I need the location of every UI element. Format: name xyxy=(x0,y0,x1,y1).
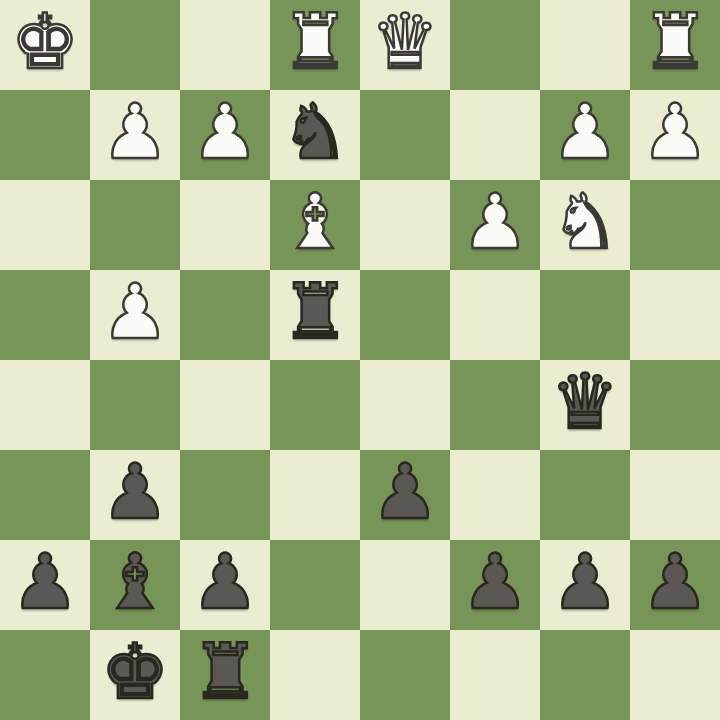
square-e5[interactable] xyxy=(270,360,360,450)
square-e2[interactable]: ♞ xyxy=(270,90,360,180)
square-f5[interactable] xyxy=(180,360,270,450)
black-pawn[interactable]: ♟ xyxy=(191,537,259,627)
square-e1[interactable]: ♜ xyxy=(270,0,360,90)
white-pawn[interactable]: ♟ xyxy=(101,267,169,357)
square-g1[interactable] xyxy=(90,0,180,90)
square-d2[interactable] xyxy=(360,90,450,180)
square-d6[interactable]: ♟ xyxy=(360,450,450,540)
black-pawn[interactable]: ♟ xyxy=(551,537,619,627)
white-king[interactable]: ♚ xyxy=(11,0,79,87)
black-bishop[interactable]: ♝ xyxy=(101,537,169,627)
square-g5[interactable] xyxy=(90,360,180,450)
white-pawn[interactable]: ♟ xyxy=(641,87,709,177)
square-h4[interactable] xyxy=(0,270,90,360)
square-h6[interactable] xyxy=(0,450,90,540)
square-g4[interactable]: ♟ xyxy=(90,270,180,360)
square-b4[interactable] xyxy=(540,270,630,360)
square-e6[interactable] xyxy=(270,450,360,540)
square-b6[interactable] xyxy=(540,450,630,540)
black-pawn[interactable]: ♟ xyxy=(101,447,169,537)
black-pawn[interactable]: ♟ xyxy=(11,537,79,627)
square-g6[interactable]: ♟ xyxy=(90,450,180,540)
square-f3[interactable] xyxy=(180,180,270,270)
square-a3[interactable] xyxy=(630,180,720,270)
black-rook[interactable]: ♜ xyxy=(281,267,349,357)
square-c7[interactable]: ♟ xyxy=(450,540,540,630)
black-pawn[interactable]: ♟ xyxy=(371,447,439,537)
square-h8[interactable] xyxy=(0,630,90,720)
square-f8[interactable]: ♜ xyxy=(180,630,270,720)
square-e4[interactable]: ♜ xyxy=(270,270,360,360)
square-h1[interactable]: ♚ xyxy=(0,0,90,90)
square-d4[interactable] xyxy=(360,270,450,360)
square-h2[interactable] xyxy=(0,90,90,180)
square-a8[interactable] xyxy=(630,630,720,720)
square-h3[interactable] xyxy=(0,180,90,270)
square-h7[interactable]: ♟ xyxy=(0,540,90,630)
square-e7[interactable] xyxy=(270,540,360,630)
square-a5[interactable] xyxy=(630,360,720,450)
square-d8[interactable] xyxy=(360,630,450,720)
square-f2[interactable]: ♟ xyxy=(180,90,270,180)
square-a6[interactable] xyxy=(630,450,720,540)
black-pawn[interactable]: ♟ xyxy=(641,537,709,627)
square-f6[interactable] xyxy=(180,450,270,540)
square-c5[interactable] xyxy=(450,360,540,450)
square-a4[interactable] xyxy=(630,270,720,360)
square-c3[interactable]: ♟ xyxy=(450,180,540,270)
square-a7[interactable]: ♟ xyxy=(630,540,720,630)
black-rook[interactable]: ♜ xyxy=(191,627,259,717)
black-knight[interactable]: ♞ xyxy=(281,87,349,177)
square-c8[interactable] xyxy=(450,630,540,720)
white-queen[interactable]: ♛ xyxy=(371,0,439,87)
square-g8[interactable]: ♚ xyxy=(90,630,180,720)
square-f1[interactable] xyxy=(180,0,270,90)
square-e3[interactable]: ♝ xyxy=(270,180,360,270)
white-knight[interactable]: ♞ xyxy=(551,177,619,267)
square-d7[interactable] xyxy=(360,540,450,630)
square-c1[interactable] xyxy=(450,0,540,90)
white-pawn[interactable]: ♟ xyxy=(191,87,259,177)
square-g2[interactable]: ♟ xyxy=(90,90,180,180)
square-c2[interactable] xyxy=(450,90,540,180)
square-f7[interactable]: ♟ xyxy=(180,540,270,630)
white-pawn[interactable]: ♟ xyxy=(101,87,169,177)
square-d3[interactable] xyxy=(360,180,450,270)
square-c4[interactable] xyxy=(450,270,540,360)
square-e8[interactable] xyxy=(270,630,360,720)
black-pawn[interactable]: ♟ xyxy=(461,537,529,627)
square-b8[interactable] xyxy=(540,630,630,720)
square-a2[interactable]: ♟ xyxy=(630,90,720,180)
white-pawn[interactable]: ♟ xyxy=(461,177,529,267)
square-f4[interactable] xyxy=(180,270,270,360)
square-h5[interactable] xyxy=(0,360,90,450)
chess-board: ♚♜♛♜♟♟♞♟♟♝♟♞♟♜♛♟♟♟♝♟♟♟♟♚♜ xyxy=(0,0,720,720)
white-bishop[interactable]: ♝ xyxy=(281,177,349,267)
square-c6[interactable] xyxy=(450,450,540,540)
white-rook[interactable]: ♜ xyxy=(641,0,709,87)
square-g7[interactable]: ♝ xyxy=(90,540,180,630)
square-d5[interactable] xyxy=(360,360,450,450)
white-pawn[interactable]: ♟ xyxy=(551,87,619,177)
square-b2[interactable]: ♟ xyxy=(540,90,630,180)
black-queen[interactable]: ♛ xyxy=(551,357,619,447)
square-b3[interactable]: ♞ xyxy=(540,180,630,270)
square-g3[interactable] xyxy=(90,180,180,270)
square-a1[interactable]: ♜ xyxy=(630,0,720,90)
square-b1[interactable] xyxy=(540,0,630,90)
square-b5[interactable]: ♛ xyxy=(540,360,630,450)
square-d1[interactable]: ♛ xyxy=(360,0,450,90)
black-king[interactable]: ♚ xyxy=(101,627,169,717)
white-rook[interactable]: ♜ xyxy=(281,0,349,87)
square-b7[interactable]: ♟ xyxy=(540,540,630,630)
